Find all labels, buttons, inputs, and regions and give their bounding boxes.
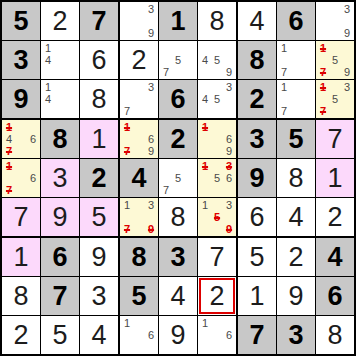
cell-r3c4[interactable]: 37 (120, 80, 158, 118)
candidate-digit: 3 (341, 3, 353, 15)
given-digit: 7 (91, 8, 106, 35)
cell-r1c1[interactable]: 5 (2, 2, 40, 40)
given-digit: 6 (327, 283, 342, 310)
cell-r4c1[interactable]: 1467 (2, 120, 40, 158)
cell-r5c8[interactable]: 8 (277, 159, 315, 197)
solved-digit: 7 (209, 244, 224, 271)
crossed-candidate-digit: 1 (199, 121, 211, 133)
cell-r7c1[interactable]: 1 (2, 238, 40, 276)
cell-r3c6[interactable]: 345 (198, 80, 236, 118)
given-digit: 3 (13, 47, 28, 74)
candidate-grid: 1679 (121, 121, 157, 157)
cell-r3c8[interactable]: 17 (277, 80, 315, 118)
candidate-digit: 6 (223, 329, 235, 341)
box-3-3: 524196738 (238, 238, 354, 354)
cell-r1c9[interactable]: 39 (316, 2, 354, 40)
candidate-digit: 5 (211, 172, 223, 184)
cell-r7c5[interactable]: 3 (159, 238, 197, 276)
cell-r6c9[interactable]: 2 (316, 198, 354, 236)
solved-digit: 2 (288, 244, 303, 271)
solved-digit: 8 (209, 8, 224, 35)
given-digit: 9 (13, 86, 28, 113)
given-digit: 9 (249, 165, 264, 192)
cell-r5c6[interactable]: 1356 (198, 159, 236, 197)
cell-r9c9[interactable]: 8 (316, 316, 354, 354)
cell-r6c2[interactable]: 9 (41, 198, 79, 236)
cell-r6c8[interactable]: 4 (277, 198, 315, 236)
cell-r4c6[interactable]: 169 (198, 120, 236, 158)
solved-digit: 1 (327, 165, 342, 192)
solved-digit: 2 (52, 8, 67, 35)
solved-digit: 8 (91, 86, 106, 113)
cell-r2c7[interactable]: 8 (238, 41, 276, 79)
candidate-digit: 1 (278, 81, 290, 93)
candidate-digit: 5 (211, 54, 223, 66)
crossed-candidate-digit: 1 (317, 81, 329, 93)
candidate-digit: 3 (145, 3, 157, 15)
candidate-grid: 17 (278, 42, 314, 78)
candidate-digit: 3 (223, 199, 235, 211)
cell-r3c9[interactable]: 1357 (316, 80, 354, 118)
candidate-digit: 7 (160, 66, 172, 78)
solved-digit: 7 (327, 126, 342, 153)
candidate-digit: 5 (172, 172, 184, 184)
cell-r2c1[interactable]: 3 (2, 41, 40, 79)
crossed-candidate-digit: 7 (121, 145, 133, 157)
crossed-candidate-digit: 1 (121, 121, 133, 133)
cell-r6c1[interactable]: 7 (2, 198, 40, 236)
candidate-digit: 1 (42, 42, 54, 54)
candidate-digit: 9 (223, 66, 235, 78)
cell-r2c5[interactable]: 57 (159, 41, 197, 79)
cell-r8c2[interactable]: 7 (41, 277, 79, 315)
candidate-digit: 3 (341, 81, 353, 93)
cell-r3c2[interactable]: 14 (41, 80, 79, 118)
cell-r8c5[interactable]: 4 (159, 277, 197, 315)
box-2-2: 167921694571356137981359 (120, 120, 236, 236)
candidate-digit: 1 (278, 42, 290, 54)
given-digit: 5 (288, 126, 303, 153)
cell-r4c7[interactable]: 3 (238, 120, 276, 158)
candidate-digit: 4 (42, 93, 54, 105)
crossed-candidate-digit: 7 (121, 223, 133, 235)
solved-digit: 6 (249, 204, 264, 231)
box-1-1: 52731469148 (2, 2, 118, 118)
cell-r6c3[interactable]: 5 (80, 198, 118, 236)
cell-r6c7[interactable]: 6 (238, 198, 276, 236)
cell-r1c8[interactable]: 6 (277, 2, 315, 40)
candidate-grid: 37 (121, 81, 157, 117)
candidate-digit: 1 (121, 199, 133, 211)
box-1-3: 463981715792171357 (238, 2, 354, 118)
cell-r5c3[interactable]: 2 (80, 159, 118, 197)
candidate-grid: 57 (160, 42, 196, 78)
candidate-digit: 7 (278, 105, 290, 117)
cell-r5c4[interactable]: 4 (120, 159, 158, 197)
cell-r7c4[interactable]: 8 (120, 238, 158, 276)
cell-r1c5[interactable]: 1 (159, 2, 197, 40)
cell-r8c8[interactable]: 9 (277, 277, 315, 315)
cell-r9c5[interactable]: 9 (159, 316, 197, 354)
given-digit: 6 (170, 86, 185, 113)
candidate-digit: 9 (341, 27, 353, 39)
candidate-grid: 1359 (199, 199, 235, 235)
cell-r9c3[interactable]: 4 (80, 316, 118, 354)
candidate-digit: 1 (199, 199, 211, 211)
solved-digit: 6 (91, 47, 106, 74)
candidate-digit: 7 (121, 105, 133, 117)
candidate-digit: 3 (223, 81, 235, 93)
solved-digit: 9 (91, 244, 106, 271)
given-digit: 4 (131, 165, 146, 192)
solved-digit: 5 (249, 244, 264, 271)
cell-r2c4[interactable]: 2 (120, 41, 158, 79)
candidate-grid: 16 (199, 317, 235, 353)
cell-r4c9[interactable]: 7 (316, 120, 354, 158)
given-digit: 8 (249, 47, 264, 74)
candidate-grid: 39 (317, 3, 353, 39)
candidate-digit: 1 (121, 317, 133, 329)
candidate-digit: 4 (42, 54, 54, 66)
selected-cell-r8c6[interactable]: 2 (198, 277, 236, 315)
solved-digit: 3 (91, 283, 106, 310)
given-digit: 6 (52, 244, 67, 271)
cell-r2c3[interactable]: 6 (80, 41, 118, 79)
candidate-digit: 1 (42, 81, 54, 93)
solved-digit: 8 (288, 165, 303, 192)
candidate-grid: 57 (160, 160, 196, 196)
candidate-grid: 16 (121, 317, 157, 353)
crossed-candidate-digit: 7 (317, 66, 329, 78)
cell-r6c6[interactable]: 1359 (198, 198, 236, 236)
crossed-candidate-digit: 1 (317, 42, 329, 54)
candidate-digit: 6 (27, 172, 39, 184)
candidate-grid: 459 (199, 42, 235, 78)
candidate-digit: 7 (160, 184, 172, 196)
candidate-grid: 1356 (199, 160, 235, 196)
candidate-digit: 3 (145, 199, 157, 211)
cell-r4c4[interactable]: 1679 (120, 120, 158, 158)
crossed-candidate-digit: 1 (3, 160, 15, 172)
candidate-grid: 167 (3, 160, 39, 196)
crossed-candidate-digit: 7 (3, 184, 15, 196)
cell-r9c8[interactable]: 3 (277, 316, 315, 354)
solved-digit: 8 (13, 283, 28, 310)
solved-digit: 2 (327, 204, 342, 231)
crossed-candidate-digit: 5 (211, 211, 223, 223)
candidate-grid: 14 (42, 42, 78, 78)
given-digit: 3 (288, 322, 303, 349)
candidate-grid: 169 (199, 121, 235, 157)
given-digit: 3 (170, 244, 185, 271)
candidate-digit: 5 (172, 54, 184, 66)
candidate-digit: 4 (3, 133, 15, 145)
solved-digit: 4 (249, 8, 264, 35)
cell-r9c2[interactable]: 5 (41, 316, 79, 354)
candidate-digit: 9 (223, 145, 235, 157)
solved-digit: 5 (52, 322, 67, 349)
box-3-1: 169873254 (2, 238, 118, 354)
candidate-digit: 5 (329, 93, 341, 105)
cell-r7c6[interactable]: 7 (198, 238, 236, 276)
box-2-3: 357981642 (238, 120, 354, 236)
cell-r5c1[interactable]: 167 (2, 159, 40, 197)
solved-digit: 2 (13, 322, 28, 349)
given-digit: 2 (91, 165, 106, 192)
given-digit: 8 (52, 126, 67, 153)
candidate-grid: 17 (278, 81, 314, 117)
cell-r7c2[interactable]: 6 (41, 238, 79, 276)
solved-digit: 4 (91, 322, 106, 349)
cell-r3c5[interactable]: 6 (159, 80, 197, 118)
cell-r7c8[interactable]: 2 (277, 238, 315, 276)
cell-r2c9[interactable]: 1579 (316, 41, 354, 79)
cell-r6c5[interactable]: 8 (159, 198, 197, 236)
cell-r8c9[interactable]: 6 (316, 277, 354, 315)
cell-r5c9[interactable]: 1 (316, 159, 354, 197)
solved-digit: 8 (327, 322, 342, 349)
given-digit: 7 (52, 283, 67, 310)
given-digit: 4 (327, 244, 342, 271)
cell-r5c7[interactable]: 9 (238, 159, 276, 197)
sudoku-board: 5273146914839182574593763454639817157921… (0, 0, 356, 356)
cell-r4c3[interactable]: 1 (80, 120, 118, 158)
cell-r2c8[interactable]: 17 (277, 41, 315, 79)
cell-r2c2[interactable]: 14 (41, 41, 79, 79)
solved-digit: 2 (131, 47, 146, 74)
given-digit: 2 (170, 126, 185, 153)
cell-r1c4[interactable]: 39 (120, 2, 158, 40)
candidate-grid: 1357 (317, 81, 353, 117)
solved-digit: 3 (52, 165, 67, 192)
candidate-digit: 9 (145, 27, 157, 39)
cell-r3c7[interactable]: 2 (238, 80, 276, 118)
candidate-grid: 39 (121, 3, 157, 39)
given-digit: 2 (249, 86, 264, 113)
cell-r7c7[interactable]: 5 (238, 238, 276, 276)
given-digit: 6 (288, 8, 303, 35)
solved-digit: 2 (209, 283, 224, 310)
candidate-digit: 4 (199, 93, 211, 105)
candidate-digit: 1 (199, 317, 211, 329)
cell-r1c2[interactable]: 2 (41, 2, 79, 40)
box-1-2: 3918257459376345 (120, 2, 236, 118)
cell-r8c4[interactable]: 5 (120, 277, 158, 315)
given-digit: 5 (131, 283, 146, 310)
candidate-digit: 6 (145, 133, 157, 145)
solved-digit: 1 (91, 126, 106, 153)
crossed-candidate-digit: 1 (199, 160, 211, 172)
candidate-digit: 6 (223, 172, 235, 184)
solved-digit: 5 (91, 204, 106, 231)
cell-r5c5[interactable]: 57 (159, 159, 197, 197)
cell-r1c7[interactable]: 4 (238, 2, 276, 40)
candidate-digit: 9 (341, 66, 353, 78)
candidate-digit: 6 (223, 133, 235, 145)
candidate-digit: 6 (145, 329, 157, 341)
candidate-digit: 9 (145, 145, 157, 157)
cell-r3c1[interactable]: 9 (2, 80, 40, 118)
solved-digit: 8 (170, 204, 185, 231)
solved-digit: 1 (249, 283, 264, 310)
cell-r9c4[interactable]: 16 (120, 316, 158, 354)
cell-r8c3[interactable]: 3 (80, 277, 118, 315)
crossed-candidate-digit: 9 (145, 223, 157, 235)
cell-r4c2[interactable]: 8 (41, 120, 79, 158)
solved-digit: 4 (288, 204, 303, 231)
cell-r9c1[interactable]: 2 (2, 316, 40, 354)
cell-r9c7[interactable]: 7 (238, 316, 276, 354)
given-digit: 5 (13, 8, 28, 35)
cell-r7c3[interactable]: 9 (80, 238, 118, 276)
crossed-candidate-digit: 9 (223, 223, 235, 235)
cell-r8c7[interactable]: 1 (238, 277, 276, 315)
cell-r3c3[interactable]: 8 (80, 80, 118, 118)
crossed-candidate-digit: 1 (3, 121, 15, 133)
cell-r7c9[interactable]: 4 (316, 238, 354, 276)
crossed-candidate-digit: 7 (3, 145, 15, 157)
cell-r8c1[interactable]: 8 (2, 277, 40, 315)
crossed-candidate-digit: 3 (223, 160, 235, 172)
candidate-digit: 4 (199, 54, 211, 66)
solved-digit: 4 (170, 283, 185, 310)
box-3-2: 83754216916 (120, 238, 236, 354)
cell-r1c6[interactable]: 8 (198, 2, 236, 40)
solved-digit: 9 (52, 204, 67, 231)
candidate-grid: 1379 (121, 199, 157, 235)
given-digit: 8 (131, 244, 146, 271)
given-digit: 7 (249, 322, 264, 349)
given-digit: 3 (249, 126, 264, 153)
cell-r9c6[interactable]: 16 (198, 316, 236, 354)
candidate-digit: 5 (211, 93, 223, 105)
solved-digit: 1 (13, 244, 28, 271)
cell-r2c6[interactable]: 459 (198, 41, 236, 79)
cell-r4c5[interactable]: 2 (159, 120, 197, 158)
candidate-grid: 14 (42, 81, 78, 117)
box-2-1: 14678116732795 (2, 120, 118, 236)
solved-digit: 9 (288, 283, 303, 310)
cell-r6c4[interactable]: 1379 (120, 198, 158, 236)
cell-r4c8[interactable]: 5 (277, 120, 315, 158)
candidate-digit: 3 (145, 81, 157, 93)
candidate-grid: 345 (199, 81, 235, 117)
candidate-digit: 6 (27, 133, 39, 145)
candidate-grid: 1579 (317, 42, 353, 78)
given-digit: 1 (170, 8, 185, 35)
candidate-digit: 5 (329, 54, 341, 66)
cell-r1c3[interactable]: 7 (80, 2, 118, 40)
crossed-candidate-digit: 7 (317, 105, 329, 117)
candidate-digit: 7 (278, 66, 290, 78)
solved-digit: 9 (170, 322, 185, 349)
cell-r5c2[interactable]: 3 (41, 159, 79, 197)
candidate-grid: 1467 (3, 121, 39, 157)
solved-digit: 7 (13, 204, 28, 231)
